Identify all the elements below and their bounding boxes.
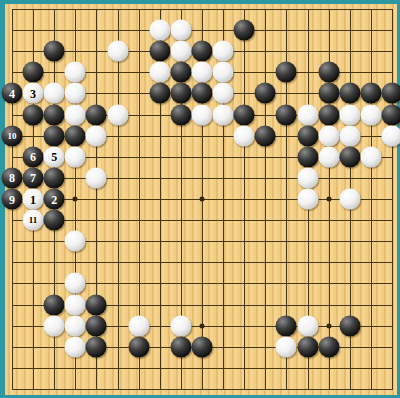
- black-stone: [44, 167, 65, 188]
- white-stone: [149, 62, 170, 83]
- black-stone: [382, 83, 400, 104]
- white-stone: [65, 83, 86, 104]
- grid-line-vertical: [244, 9, 245, 390]
- white-stone: [65, 336, 86, 357]
- move-number-label: 7: [30, 172, 36, 184]
- white-stone: [276, 336, 297, 357]
- grid-line-horizontal: [12, 220, 393, 221]
- star-point: [326, 323, 331, 328]
- black-stone: [170, 104, 191, 125]
- white-stone: 3: [23, 83, 44, 104]
- white-stone: [65, 294, 86, 315]
- white-stone: [107, 41, 128, 62]
- grid-line-vertical: [371, 9, 372, 390]
- white-stone: [213, 104, 234, 125]
- grid-line-horizontal: [12, 389, 393, 390]
- black-stone: [360, 83, 381, 104]
- black-stone: [44, 41, 65, 62]
- white-stone: [234, 125, 255, 146]
- move-number-label: 8: [9, 172, 15, 184]
- black-stone: [44, 294, 65, 315]
- black-stone: [149, 83, 170, 104]
- white-stone: [86, 125, 107, 146]
- white-stone: [382, 125, 400, 146]
- white-stone: [339, 104, 360, 125]
- black-stone: [255, 83, 276, 104]
- black-stone: [170, 62, 191, 83]
- white-stone: [213, 41, 234, 62]
- star-point: [73, 197, 78, 202]
- white-stone: [297, 189, 318, 210]
- white-stone: [170, 41, 191, 62]
- black-stone: [86, 294, 107, 315]
- black-stone: 6: [23, 146, 44, 167]
- white-stone: [318, 125, 339, 146]
- black-stone: [170, 336, 191, 357]
- black-stone: [297, 125, 318, 146]
- black-stone: 8: [2, 167, 23, 188]
- star-point: [200, 197, 205, 202]
- black-stone: [255, 125, 276, 146]
- white-stone: [318, 146, 339, 167]
- white-stone: [170, 315, 191, 336]
- black-stone: [23, 104, 44, 125]
- move-number-label: 11: [29, 216, 38, 225]
- go-board-frame: 4310658791211: [0, 0, 400, 398]
- black-stone: [149, 41, 170, 62]
- white-stone: [149, 20, 170, 41]
- black-stone: [86, 315, 107, 336]
- black-stone: [276, 104, 297, 125]
- white-stone: [65, 273, 86, 294]
- black-stone: [318, 83, 339, 104]
- white-stone: [170, 20, 191, 41]
- move-number-label: 10: [8, 131, 17, 140]
- white-stone: [65, 104, 86, 125]
- black-stone: [86, 104, 107, 125]
- white-stone: [339, 125, 360, 146]
- move-number-label: 6: [30, 151, 36, 163]
- grid-line-vertical: [392, 9, 393, 390]
- white-stone: [65, 315, 86, 336]
- black-stone: [234, 104, 255, 125]
- black-stone: [44, 210, 65, 231]
- white-stone: 1: [23, 189, 44, 210]
- black-stone: [23, 62, 44, 83]
- black-stone: [86, 336, 107, 357]
- white-stone: [107, 104, 128, 125]
- white-stone: [86, 167, 107, 188]
- white-stone: [297, 167, 318, 188]
- black-stone: 2: [44, 189, 65, 210]
- black-stone: [192, 336, 213, 357]
- black-stone: [297, 146, 318, 167]
- move-number-label: 4: [9, 87, 15, 99]
- white-stone: [297, 104, 318, 125]
- black-stone: [339, 83, 360, 104]
- black-stone: [339, 146, 360, 167]
- white-stone: [44, 315, 65, 336]
- grid-line-horizontal: [12, 368, 393, 369]
- black-stone: [192, 41, 213, 62]
- white-stone: [65, 231, 86, 252]
- white-stone: [213, 62, 234, 83]
- white-stone: [44, 83, 65, 104]
- black-stone: [44, 125, 65, 146]
- white-stone: [213, 83, 234, 104]
- black-stone: [318, 62, 339, 83]
- star-point: [200, 323, 205, 328]
- white-stone: [65, 62, 86, 83]
- black-stone: [128, 336, 149, 357]
- black-stone: [65, 125, 86, 146]
- black-stone: [192, 83, 213, 104]
- white-stone: 11: [23, 210, 44, 231]
- white-stone: [360, 104, 381, 125]
- black-stone: [382, 104, 400, 125]
- white-stone: 5: [44, 146, 65, 167]
- white-stone: [360, 146, 381, 167]
- move-number-label: 3: [30, 87, 36, 99]
- move-number-label: 5: [51, 151, 57, 163]
- black-stone: [339, 315, 360, 336]
- white-stone: [192, 62, 213, 83]
- white-stone: [297, 315, 318, 336]
- move-number-label: 1: [30, 193, 36, 205]
- star-point: [326, 197, 331, 202]
- black-stone: [234, 20, 255, 41]
- black-stone: [276, 315, 297, 336]
- white-stone: [128, 315, 149, 336]
- black-stone: [318, 104, 339, 125]
- white-stone: [65, 146, 86, 167]
- move-number-label: 9: [9, 193, 15, 205]
- grid-line-horizontal: [12, 262, 393, 263]
- black-stone: [276, 62, 297, 83]
- grid-line-vertical: [265, 9, 266, 390]
- black-stone: [170, 83, 191, 104]
- black-stone: 9: [2, 189, 23, 210]
- white-stone: [339, 189, 360, 210]
- black-stone: [318, 336, 339, 357]
- black-stone: [44, 104, 65, 125]
- black-stone: [297, 336, 318, 357]
- move-number-label: 2: [51, 193, 57, 205]
- white-stone: [192, 104, 213, 125]
- black-stone: 10: [2, 125, 23, 146]
- black-stone: 7: [23, 167, 44, 188]
- black-stone: 4: [2, 83, 23, 104]
